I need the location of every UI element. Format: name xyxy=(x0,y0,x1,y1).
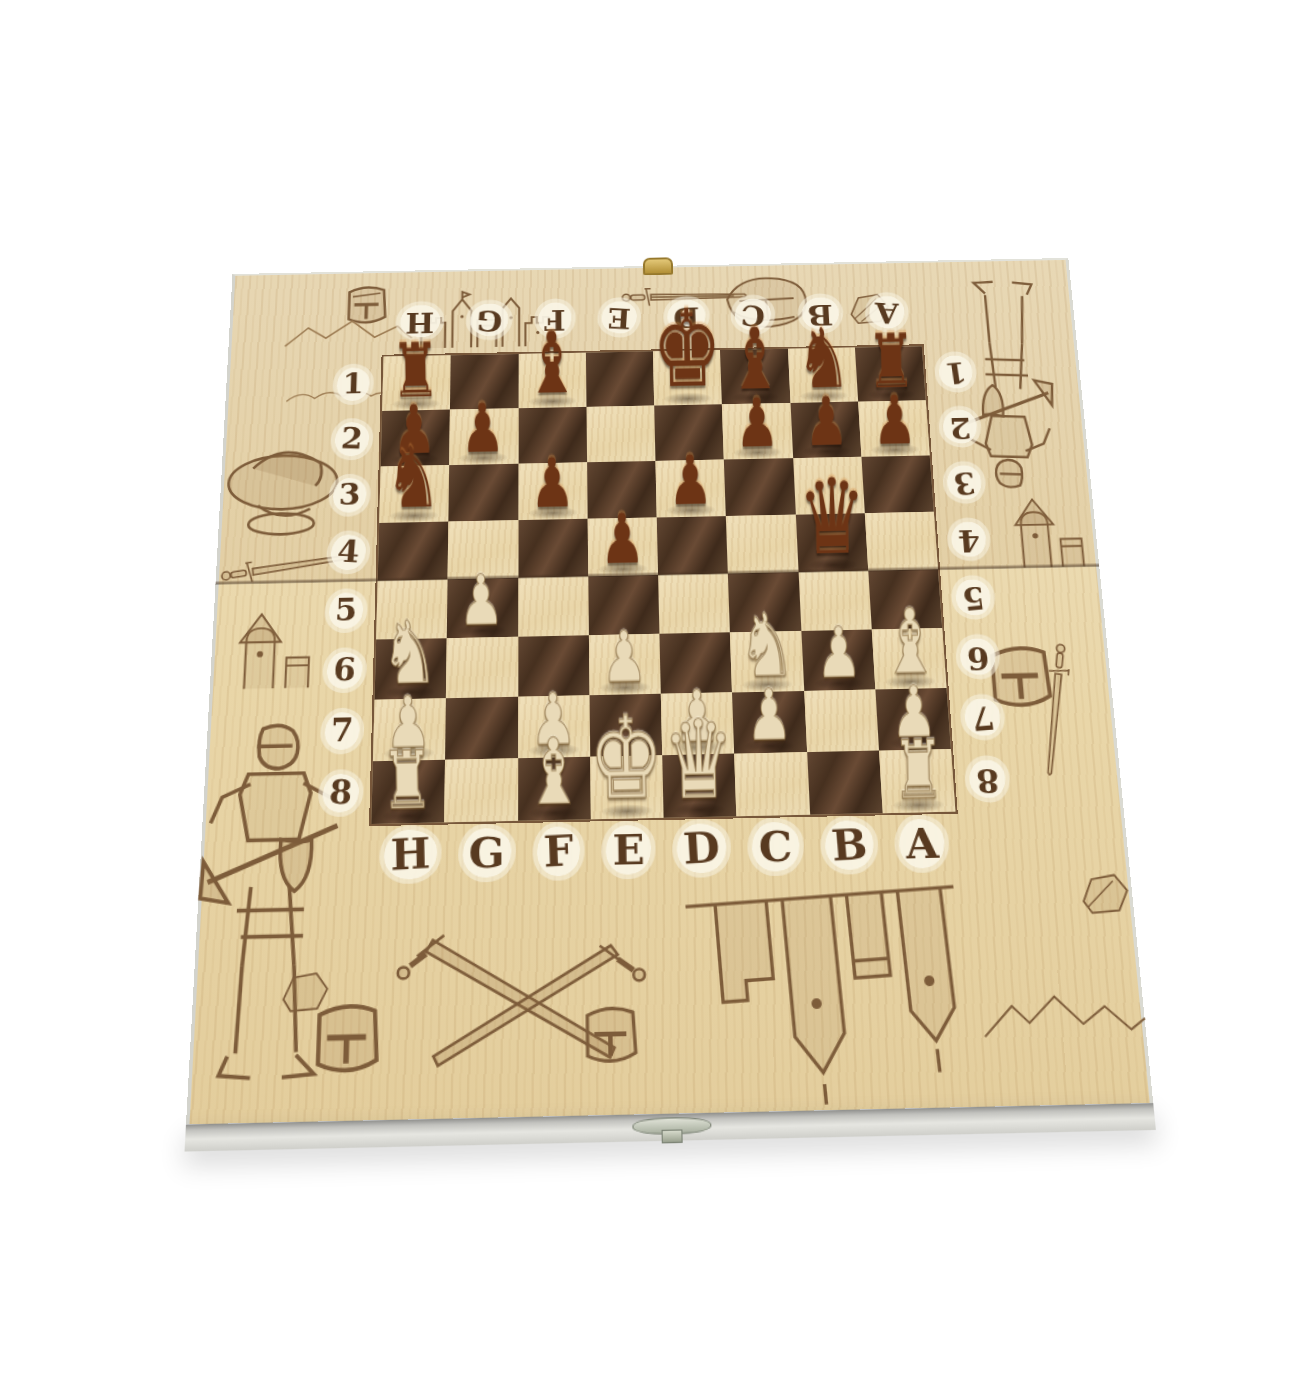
mountains-sketch-icon xyxy=(979,978,1150,1053)
rank-left-label-1: 1 xyxy=(336,367,371,401)
box-front-edge xyxy=(185,1103,1156,1152)
rank-left-label-6: 6 xyxy=(325,651,363,688)
square-A8[interactable]: ♜ xyxy=(879,749,956,813)
square-B4[interactable]: ♛ xyxy=(795,513,868,572)
photo-canvas: HGFEDCBA HGFEDCBA 12345678 12345678 ♜♝♚♝… xyxy=(0,0,1310,1400)
rank-left-label-2: 2 xyxy=(333,422,370,457)
piece-light-rook[interactable]: ♜ xyxy=(359,740,455,822)
rank-right-label-4: 4 xyxy=(950,522,987,557)
file-top-label-E: E xyxy=(601,301,638,335)
rank-right-label-5: 5 xyxy=(953,579,993,617)
file-bottom-label-D: D xyxy=(675,822,728,874)
helmet-icon xyxy=(297,990,398,1106)
file-bottom-label-C: C xyxy=(751,822,800,872)
inverted-knight-figure-icon xyxy=(930,261,1080,493)
rank-right-label-1: 1 xyxy=(936,355,974,390)
rank-left-label-5: 5 xyxy=(328,593,364,629)
knight-figure-icon xyxy=(183,717,362,1116)
helmet-icon xyxy=(571,994,652,1091)
kettle-helmet-icon xyxy=(217,436,352,543)
clasp-hook-icon[interactable] xyxy=(662,1129,683,1143)
piece-dark-knight[interactable]: ♞ xyxy=(368,435,459,521)
clasp-latch-icon[interactable] xyxy=(632,1116,711,1135)
sword-icon xyxy=(216,535,362,597)
hinge-latch-icon xyxy=(643,257,673,275)
rank-left-label-7: 7 xyxy=(324,712,361,750)
file-bottom-label-B: B xyxy=(823,819,876,871)
board: ♜♝♚♝♞♜♟♟♟♟♟♞♟♟♟♛♟♞♟♞♟♝♟♟♟♟♟♜♝♚♛♜ xyxy=(371,346,955,824)
inverted-castle-icon xyxy=(672,878,993,1118)
helmet-icon xyxy=(965,639,1080,731)
piece-dark-pawn[interactable]: ♟ xyxy=(850,386,940,455)
file-bottom-label-F: F xyxy=(536,825,581,876)
sword-icon xyxy=(1027,637,1082,781)
rank-left-label-8: 8 xyxy=(321,774,360,813)
file-bottom-label-E: E xyxy=(606,825,652,875)
rank-right-label-2: 2 xyxy=(941,410,977,444)
square-D8[interactable]: ♛ xyxy=(662,754,736,818)
file-top-label-G: G xyxy=(469,303,510,337)
square-H3[interactable]: ♞ xyxy=(379,465,449,523)
chess-box-top: HGFEDCBA HGFEDCBA 12345678 12345678 ♜♝♚♝… xyxy=(186,258,1153,1124)
square-E4[interactable]: ♟ xyxy=(587,517,658,576)
rank-left-label-3: 3 xyxy=(332,478,367,513)
square-F1[interactable]: ♝ xyxy=(518,353,586,409)
piece-light-queen[interactable]: ♛ xyxy=(651,705,747,816)
piece-dark-pawn[interactable]: ♟ xyxy=(577,504,669,575)
stone-icon xyxy=(1072,859,1137,929)
file-bottom-label-A: A xyxy=(897,819,946,869)
file-bottom-label-G: G xyxy=(462,828,512,878)
rank-left-label-4: 4 xyxy=(329,534,367,570)
square-G5[interactable]: ♟ xyxy=(447,578,518,638)
rank-right-label-6: 6 xyxy=(959,639,997,676)
piece-light-rook[interactable]: ♜ xyxy=(870,729,966,811)
file-bottom-label-H: H xyxy=(383,828,437,880)
file-labels-bottom: HGFEDCBA xyxy=(370,818,960,879)
castle-tower-icon xyxy=(212,594,329,701)
rank-right-label-8: 8 xyxy=(968,760,1007,799)
rank-right-label-7: 7 xyxy=(962,698,1003,738)
rank-right-label-3: 3 xyxy=(944,465,983,502)
square-A2[interactable]: ♟ xyxy=(858,400,930,457)
piece-dark-queen[interactable]: ♛ xyxy=(786,464,878,570)
stone-icon xyxy=(275,963,334,1021)
square-H8[interactable]: ♜ xyxy=(371,760,445,824)
crossed-swords-icon xyxy=(385,910,656,1102)
